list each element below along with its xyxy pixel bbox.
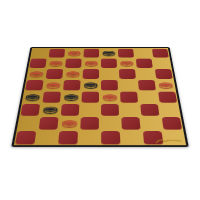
square-e8[interactable]: ⛂ [100,48,117,58]
red-checker-piece[interactable]: ⛂ [65,69,80,79]
square-g3[interactable] [139,103,160,116]
square-d5[interactable]: ⛂ [81,79,100,91]
board-perspective-wrap: ⛂⛂⛂⛂⛂⛂⛂⛂⛂⛂⛂⛂⛂⛂⛂ [11,47,189,147]
square-g2[interactable] [140,116,162,130]
square-a6[interactable]: ⛂ [26,68,46,79]
square-b2[interactable] [37,116,59,130]
square-a8[interactable] [30,48,49,58]
square-h3[interactable] [159,103,181,116]
product-photo-scene: ⛂⛂⛂⛂⛂⛂⛂⛂⛂⛂⛂⛂⛂⛂⛂ [0,0,200,200]
square-f3[interactable] [120,103,141,116]
square-e7[interactable] [100,58,118,68]
square-h7[interactable] [152,58,171,68]
black-checker-piece[interactable]: ⛂ [63,91,79,102]
square-g6[interactable] [136,68,155,79]
square-e6[interactable] [100,68,118,79]
square-c8[interactable]: ⛂ [65,48,83,58]
square-b5[interactable]: ⛂ [43,79,63,91]
square-e1[interactable] [100,130,122,145]
square-g7[interactable] [135,58,154,68]
checkers-board: ⛂⛂⛂⛂⛂⛂⛂⛂⛂⛂⛂⛂⛂⛂⛂ [11,47,189,147]
square-h5[interactable]: ⛂ [155,79,176,91]
square-a2[interactable] [17,116,40,130]
square-b7[interactable]: ⛂ [46,58,65,68]
square-b1[interactable] [35,130,58,145]
red-checker-piece[interactable]: ⛂ [61,117,78,130]
red-checker-piece[interactable]: ⛂ [84,58,98,68]
square-c2[interactable]: ⛂ [58,116,80,130]
red-checker-piece[interactable]: ⛂ [48,58,63,68]
square-d3[interactable] [80,103,100,116]
square-g4[interactable] [138,91,159,103]
square-g5[interactable] [137,79,157,91]
brand-signature-icon [155,138,183,144]
square-d2[interactable] [79,116,100,130]
black-checker-piece[interactable]: ⛂ [83,80,98,91]
square-c1[interactable] [57,130,79,145]
square-e3[interactable] [100,103,120,116]
square-f5[interactable] [118,79,138,91]
square-c4[interactable]: ⛂ [61,91,81,103]
square-a3[interactable] [19,103,41,116]
black-checker-piece[interactable]: ⛂ [42,103,59,115]
square-b3[interactable]: ⛂ [39,103,60,116]
square-f1[interactable] [121,130,143,145]
red-checker-piece[interactable]: ⛂ [28,69,44,79]
square-c6[interactable]: ⛂ [63,68,82,79]
square-d7[interactable]: ⛂ [82,58,100,68]
square-d1[interactable] [78,130,100,145]
red-checker-piece[interactable]: ⛂ [119,58,133,68]
red-checker-piece[interactable]: ⛂ [67,48,81,57]
square-f6[interactable] [118,68,137,79]
square-d4[interactable] [80,91,100,103]
square-f4[interactable] [119,91,139,103]
red-checker-piece[interactable]: ⛂ [157,80,173,91]
square-h8[interactable] [151,48,170,58]
red-checker-piece[interactable]: ⛂ [102,91,117,102]
square-a1[interactable] [14,130,38,145]
square-f2[interactable] [120,116,142,130]
square-h2[interactable] [161,116,184,130]
square-h4[interactable] [157,91,178,103]
square-a4[interactable]: ⛂ [22,91,43,103]
black-checker-piece[interactable]: ⛂ [102,48,116,57]
square-e4[interactable]: ⛂ [100,91,120,103]
black-checker-piece[interactable]: ⛂ [24,91,41,102]
square-f7[interactable]: ⛂ [117,58,135,68]
square-e2[interactable] [100,116,121,130]
red-checker-piece[interactable]: ⛂ [45,80,61,91]
square-g8[interactable] [134,48,152,58]
